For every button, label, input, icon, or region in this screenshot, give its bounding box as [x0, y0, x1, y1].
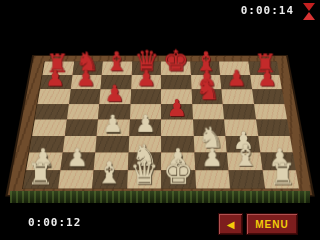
- square-b4[interactable]: [64, 120, 98, 136]
- square-b7[interactable]: ♟: [70, 75, 101, 89]
- piece-red-pawn-d7[interactable]: ♟: [131, 68, 161, 90]
- square-g6[interactable]: [221, 89, 253, 104]
- square-g5[interactable]: [223, 104, 256, 119]
- square-a6[interactable]: [38, 89, 71, 104]
- square-h4[interactable]: [256, 120, 290, 136]
- square-f6[interactable]: ♞: [191, 89, 223, 104]
- square-a1[interactable]: ♜: [23, 170, 60, 188]
- piece-cream-bishop-c1[interactable]: ♝: [92, 158, 127, 189]
- back-button[interactable]: ◀: [218, 213, 243, 235]
- square-b1[interactable]: [58, 170, 94, 188]
- piece-red-king-e8[interactable]: ♚: [161, 46, 191, 75]
- square-h5[interactable]: [254, 104, 288, 119]
- piece-cream-pawn-b2[interactable]: ♟: [60, 146, 94, 171]
- square-d6[interactable]: [130, 89, 161, 104]
- square-d7[interactable]: ♟: [131, 75, 161, 89]
- square-c3[interactable]: [95, 136, 129, 153]
- hourglass-bottom: [303, 12, 315, 20]
- piece-cream-pawn-f2[interactable]: ♟: [195, 146, 229, 171]
- piece-cream-rook-a1[interactable]: ♜: [23, 160, 58, 190]
- piece-red-pawn-c6[interactable]: ♟: [99, 82, 130, 105]
- piece-red-pawn-g7[interactable]: ♟: [221, 68, 251, 90]
- square-e7[interactable]: [161, 75, 191, 89]
- square-d4[interactable]: ♟: [129, 120, 161, 136]
- hourglass-top: [303, 3, 315, 11]
- hourglass-icon: [303, 3, 315, 20]
- square-a4[interactable]: [32, 120, 66, 136]
- square-f1[interactable]: [195, 170, 230, 188]
- square-g2[interactable]: ♝: [227, 152, 262, 170]
- piece-red-bishop-c8[interactable]: ♝: [102, 49, 132, 75]
- square-a5[interactable]: [35, 104, 68, 119]
- menu-button-label: MENU: [255, 219, 288, 230]
- square-g1[interactable]: [228, 170, 264, 188]
- square-e8[interactable]: ♚: [161, 61, 191, 75]
- piece-cream-pawn-c4[interactable]: ♟: [97, 113, 129, 137]
- piece-red-pawn-e5[interactable]: ♟: [161, 97, 193, 120]
- back-arrow-icon: ◀: [227, 219, 235, 230]
- square-e1[interactable]: ♚: [161, 170, 196, 188]
- square-b5[interactable]: [66, 104, 99, 119]
- square-f5[interactable]: [192, 104, 224, 119]
- opponent-clock: 0:00:14: [241, 4, 294, 17]
- square-h7[interactable]: ♟: [250, 75, 282, 89]
- square-c6[interactable]: ♟: [99, 89, 130, 104]
- square-h6[interactable]: [252, 89, 285, 104]
- piece-red-pawn-h7[interactable]: ♟: [252, 68, 282, 90]
- square-g7[interactable]: ♟: [220, 75, 251, 89]
- piece-red-knight-f6[interactable]: ♞: [192, 77, 223, 104]
- board-scene: ♜♞♝♛♚♝♜♟♟♟♟♟♟♟♞♟♟♟♞♟♟♟♞♟♟♝♟♜♝♛♚♜: [20, 0, 300, 240]
- square-c4[interactable]: ♟: [97, 120, 130, 136]
- square-e4[interactable]: [161, 120, 193, 136]
- piece-red-pawn-b7[interactable]: ♟: [70, 68, 100, 90]
- square-d1[interactable]: ♛: [127, 170, 161, 188]
- piece-cream-pawn-d4[interactable]: ♟: [129, 113, 161, 137]
- piece-cream-queen-d1[interactable]: ♛: [127, 156, 162, 189]
- piece-cream-bishop-g2[interactable]: ♝: [229, 141, 263, 171]
- square-c8[interactable]: ♝: [102, 61, 132, 75]
- chess-board: ♜♞♝♛♚♝♜♟♟♟♟♟♟♟♞♟♟♟♞♟♟♟♞♟♟♝♟♜♝♛♚♜: [22, 61, 298, 189]
- square-c1[interactable]: ♝: [92, 170, 127, 188]
- piece-red-pawn-a7[interactable]: ♟: [40, 68, 70, 90]
- square-e5[interactable]: ♟: [161, 104, 193, 119]
- square-a7[interactable]: ♟: [40, 75, 72, 89]
- board-frame: ♜♞♝♛♚♝♜♟♟♟♟♟♟♟♞♟♟♟♞♟♟♟♞♟♟♝♟♜♝♛♚♜: [5, 55, 315, 196]
- piece-cream-king-e1[interactable]: ♚: [161, 155, 196, 189]
- piece-cream-rook-h1[interactable]: ♜: [265, 160, 300, 190]
- table-felt-front: [10, 191, 310, 203]
- square-b2[interactable]: ♟: [60, 152, 95, 170]
- square-h1[interactable]: ♜: [262, 170, 299, 188]
- player-clock: 0:00:12: [28, 216, 81, 229]
- menu-button[interactable]: MENU: [246, 213, 298, 235]
- square-f2[interactable]: ♟: [194, 152, 228, 170]
- square-b6[interactable]: [68, 89, 100, 104]
